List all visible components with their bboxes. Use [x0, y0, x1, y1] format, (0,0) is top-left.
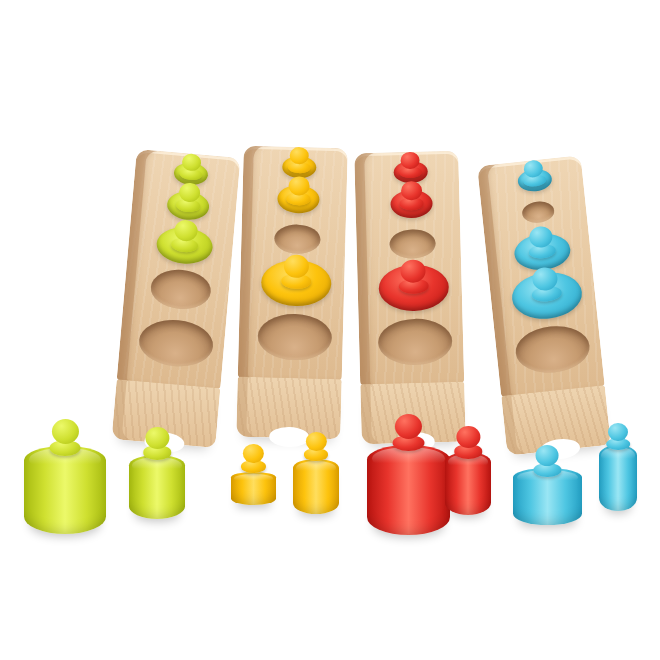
block-top-face — [354, 151, 464, 386]
knob-ball-icon — [52, 419, 79, 444]
block-green[interactable] — [112, 149, 241, 448]
cylinder-knob — [520, 159, 547, 187]
knob-ball-icon — [536, 445, 559, 466]
block-top-face — [238, 146, 348, 381]
block-yellow[interactable] — [236, 146, 348, 440]
knob-ball-icon — [145, 427, 169, 449]
cylinder-knob — [391, 414, 426, 451]
cylinder-body — [231, 472, 276, 505]
loose-cylinder-yellow-medium[interactable] — [293, 432, 339, 514]
hole-blue-5-empty[interactable] — [513, 323, 591, 376]
cylinder-body — [445, 452, 491, 515]
cylinder-knob — [169, 219, 202, 253]
block-blue[interactable] — [477, 155, 611, 455]
cylinder-body — [129, 455, 185, 519]
cylinder-knob — [287, 147, 312, 174]
cylinder-knob — [452, 426, 483, 459]
toy-scene — [0, 0, 660, 660]
loose-cylinder-blue-large-short[interactable] — [513, 445, 582, 525]
cylinder-knob — [397, 259, 430, 294]
loose-cylinder-red-large[interactable] — [367, 414, 450, 535]
knob-ball-icon — [290, 147, 309, 165]
cylinder-knob — [397, 181, 425, 210]
block-top-face — [477, 155, 605, 397]
loose-cylinder-yellow-small[interactable] — [231, 444, 276, 505]
block-red[interactable] — [354, 151, 466, 445]
cylinder-knob — [525, 225, 558, 259]
cylinder-knob — [533, 445, 563, 477]
hole-green-5-empty[interactable] — [137, 317, 215, 369]
loose-cylinder-green-medium[interactable] — [129, 427, 185, 519]
hole-green-4-empty[interactable] — [149, 267, 212, 311]
block-top-face — [117, 149, 241, 389]
knob-ball-icon — [284, 255, 310, 279]
knob-ball-icon — [288, 176, 309, 196]
loose-cylinder-green-large[interactable] — [24, 419, 106, 534]
cylinder-knob — [174, 182, 204, 213]
cylinder-body — [293, 459, 339, 514]
knob-ball-icon — [456, 426, 480, 448]
cylinder-body — [24, 446, 106, 534]
cylinder-knob — [605, 423, 631, 450]
hole-yellow-3-empty[interactable] — [274, 224, 321, 254]
cylinder-body — [367, 445, 450, 535]
block-front-face — [236, 377, 342, 440]
cylinder-knob — [302, 432, 329, 461]
cylinder-body — [599, 445, 637, 511]
knob-ball-icon — [395, 414, 422, 439]
cylinder-knob — [141, 427, 172, 460]
hole-yellow-5-empty[interactable] — [257, 313, 332, 361]
cylinder-knob — [285, 176, 313, 205]
cylinder-knob — [178, 153, 205, 181]
cylinder-knob — [280, 254, 313, 289]
cylinder-knob — [47, 419, 82, 456]
cylinder-knob — [240, 444, 267, 473]
cylinder-knob — [528, 266, 564, 303]
hole-red-3-empty[interactable] — [389, 229, 436, 259]
loose-cylinder-blue-small-tall[interactable] — [599, 423, 637, 511]
hole-blue-2-empty[interactable] — [521, 200, 555, 224]
hole-red-5-empty[interactable] — [378, 318, 453, 366]
cylinder-body — [513, 468, 582, 525]
cylinder-knob — [398, 152, 423, 179]
loose-cylinder-red-medium[interactable] — [445, 426, 491, 515]
